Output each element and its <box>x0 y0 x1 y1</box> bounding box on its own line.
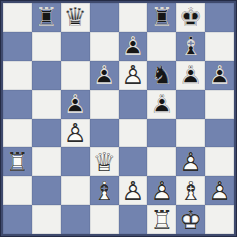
piece-white-pawn[interactable]: ♟♙ <box>119 176 148 205</box>
square-d3[interactable]: ♛♕ <box>90 147 119 176</box>
piece-black-king[interactable]: ♚♔ <box>176 3 205 32</box>
square-a2[interactable] <box>3 176 32 205</box>
square-h1[interactable] <box>205 205 234 234</box>
square-e5[interactable] <box>119 90 148 119</box>
chess-board-frame: ♜♖♛♕♜♖♚♔♟♙♝♗♟♙♟♙♞♘♟♙♟♙♟♙♟♙♟♙♜♖♛♕♟♙♝♗♟♙♟♙… <box>0 0 237 237</box>
square-a8[interactable] <box>3 3 32 32</box>
piece-outline-layer: ♙ <box>61 90 90 119</box>
piece-white-rook[interactable]: ♜♖ <box>3 147 32 176</box>
square-c4[interactable]: ♟♙ <box>61 119 90 148</box>
piece-outline-layer: ♙ <box>119 61 148 90</box>
piece-fill-layer: ♜ <box>32 3 61 32</box>
square-g8[interactable]: ♚♔ <box>176 3 205 32</box>
piece-fill-layer: ♟ <box>119 61 148 90</box>
square-d8[interactable] <box>90 3 119 32</box>
square-d5[interactable] <box>90 90 119 119</box>
piece-outline-layer: ♕ <box>61 3 90 32</box>
square-f3[interactable] <box>147 147 176 176</box>
piece-outline-layer: ♙ <box>147 90 176 119</box>
square-g4[interactable] <box>176 119 205 148</box>
square-c1[interactable] <box>61 205 90 234</box>
piece-fill-layer: ♟ <box>205 176 234 205</box>
square-e2[interactable]: ♟♙ <box>119 176 148 205</box>
piece-outline-layer: ♔ <box>176 3 205 32</box>
square-b1[interactable] <box>32 205 61 234</box>
piece-white-pawn[interactable]: ♟♙ <box>147 176 176 205</box>
piece-black-pawn[interactable]: ♟♙ <box>176 61 205 90</box>
piece-white-pawn[interactable]: ♟♙ <box>61 119 90 148</box>
piece-fill-layer: ♟ <box>147 176 176 205</box>
square-c7[interactable] <box>61 32 90 61</box>
square-g7[interactable]: ♝♗ <box>176 32 205 61</box>
piece-outline-layer: ♗ <box>176 176 205 205</box>
piece-outline-layer: ♗ <box>90 176 119 205</box>
piece-fill-layer: ♟ <box>205 61 234 90</box>
piece-black-bishop[interactable]: ♝♗ <box>176 32 205 61</box>
piece-outline-layer: ♖ <box>32 3 61 32</box>
square-b7[interactable] <box>32 32 61 61</box>
piece-outline-layer: ♗ <box>176 32 205 61</box>
piece-fill-layer: ♟ <box>119 32 148 61</box>
square-b2[interactable] <box>32 176 61 205</box>
square-a5[interactable] <box>3 90 32 119</box>
square-a6[interactable] <box>3 61 32 90</box>
piece-fill-layer: ♝ <box>176 32 205 61</box>
square-f5[interactable]: ♟♙ <box>147 90 176 119</box>
square-c2[interactable] <box>61 176 90 205</box>
square-g2[interactable]: ♝♗ <box>176 176 205 205</box>
square-d6[interactable]: ♟♙ <box>90 61 119 90</box>
piece-black-pawn[interactable]: ♟♙ <box>90 61 119 90</box>
piece-white-king[interactable]: ♚♔ <box>176 205 205 234</box>
chess-board: ♜♖♛♕♜♖♚♔♟♙♝♗♟♙♟♙♞♘♟♙♟♙♟♙♟♙♟♙♜♖♛♕♟♙♝♗♟♙♟♙… <box>3 3 234 234</box>
square-g6[interactable]: ♟♙ <box>176 61 205 90</box>
square-b3[interactable] <box>32 147 61 176</box>
piece-outline-layer: ♕ <box>90 147 119 176</box>
piece-fill-layer: ♟ <box>147 90 176 119</box>
square-e4[interactable] <box>119 119 148 148</box>
square-a1[interactable] <box>3 205 32 234</box>
square-c6[interactable] <box>61 61 90 90</box>
square-b6[interactable] <box>32 61 61 90</box>
piece-outline-layer: ♖ <box>147 205 176 234</box>
piece-fill-layer: ♟ <box>176 61 205 90</box>
piece-outline-layer: ♙ <box>90 61 119 90</box>
piece-fill-layer: ♚ <box>176 205 205 234</box>
piece-fill-layer: ♚ <box>176 3 205 32</box>
square-f1[interactable]: ♜♖ <box>147 205 176 234</box>
piece-outline-layer: ♙ <box>205 61 234 90</box>
piece-fill-layer: ♟ <box>90 61 119 90</box>
square-e6[interactable]: ♟♙ <box>119 61 148 90</box>
square-f8[interactable]: ♜♖ <box>147 3 176 32</box>
square-c3[interactable] <box>61 147 90 176</box>
square-b8[interactable]: ♜♖ <box>32 3 61 32</box>
square-h6[interactable]: ♟♙ <box>205 61 234 90</box>
piece-outline-layer: ♙ <box>119 176 148 205</box>
piece-fill-layer: ♝ <box>176 176 205 205</box>
piece-fill-layer: ♟ <box>61 90 90 119</box>
piece-fill-layer: ♜ <box>147 205 176 234</box>
square-e1[interactable] <box>119 205 148 234</box>
piece-fill-layer: ♛ <box>90 147 119 176</box>
square-a4[interactable] <box>3 119 32 148</box>
square-d1[interactable] <box>90 205 119 234</box>
square-c5[interactable]: ♟♙ <box>61 90 90 119</box>
square-c8[interactable]: ♛♕ <box>61 3 90 32</box>
square-g1[interactable]: ♚♔ <box>176 205 205 234</box>
piece-fill-layer: ♜ <box>3 147 32 176</box>
square-g3[interactable]: ♟♙ <box>176 147 205 176</box>
square-e7[interactable]: ♟♙ <box>119 32 148 61</box>
square-d2[interactable]: ♝♗ <box>90 176 119 205</box>
piece-black-pawn[interactable]: ♟♙ <box>147 90 176 119</box>
piece-black-pawn[interactable]: ♟♙ <box>61 90 90 119</box>
piece-fill-layer: ♛ <box>61 3 90 32</box>
square-h3[interactable] <box>205 147 234 176</box>
piece-fill-layer: ♞ <box>147 61 176 90</box>
piece-outline-layer: ♙ <box>176 147 205 176</box>
piece-white-queen[interactable]: ♛♕ <box>90 147 119 176</box>
piece-outline-layer: ♖ <box>147 3 176 32</box>
piece-black-rook[interactable]: ♜♖ <box>32 3 61 32</box>
piece-fill-layer: ♟ <box>176 147 205 176</box>
square-a7[interactable] <box>3 32 32 61</box>
piece-white-bishop[interactable]: ♝♗ <box>90 176 119 205</box>
piece-outline-layer: ♙ <box>176 61 205 90</box>
square-e8[interactable] <box>119 3 148 32</box>
piece-black-pawn[interactable]: ♟♙ <box>205 61 234 90</box>
piece-white-pawn[interactable]: ♟♙ <box>119 61 148 90</box>
square-a3[interactable]: ♜♖ <box>3 147 32 176</box>
square-f7[interactable] <box>147 32 176 61</box>
piece-black-rook[interactable]: ♜♖ <box>147 3 176 32</box>
piece-white-pawn[interactable]: ♟♙ <box>176 147 205 176</box>
piece-white-pawn[interactable]: ♟♙ <box>205 176 234 205</box>
square-g5[interactable] <box>176 90 205 119</box>
square-b5[interactable] <box>32 90 61 119</box>
square-h2[interactable]: ♟♙ <box>205 176 234 205</box>
square-f4[interactable] <box>147 119 176 148</box>
piece-outline-layer: ♙ <box>147 176 176 205</box>
piece-outline-layer: ♙ <box>119 32 148 61</box>
square-h5[interactable] <box>205 90 234 119</box>
square-h4[interactable] <box>205 119 234 148</box>
piece-black-pawn[interactable]: ♟♙ <box>119 32 148 61</box>
piece-outline-layer: ♔ <box>176 205 205 234</box>
piece-white-rook[interactable]: ♜♖ <box>147 205 176 234</box>
piece-outline-layer: ♙ <box>61 119 90 148</box>
piece-fill-layer: ♟ <box>119 176 148 205</box>
piece-outline-layer: ♙ <box>205 176 234 205</box>
square-f2[interactable]: ♟♙ <box>147 176 176 205</box>
piece-black-queen[interactable]: ♛♕ <box>61 3 90 32</box>
piece-fill-layer: ♟ <box>61 119 90 148</box>
square-f6[interactable]: ♞♘ <box>147 61 176 90</box>
square-h7[interactable] <box>205 32 234 61</box>
piece-fill-layer: ♝ <box>90 176 119 205</box>
square-e3[interactable] <box>119 147 148 176</box>
piece-outline-layer: ♖ <box>3 147 32 176</box>
piece-outline-layer: ♘ <box>147 61 176 90</box>
square-d7[interactable] <box>90 32 119 61</box>
square-h8[interactable] <box>205 3 234 32</box>
piece-black-knight[interactable]: ♞♘ <box>147 61 176 90</box>
square-b4[interactable] <box>32 119 61 148</box>
square-d4[interactable] <box>90 119 119 148</box>
piece-white-bishop[interactable]: ♝♗ <box>176 176 205 205</box>
piece-fill-layer: ♜ <box>147 3 176 32</box>
